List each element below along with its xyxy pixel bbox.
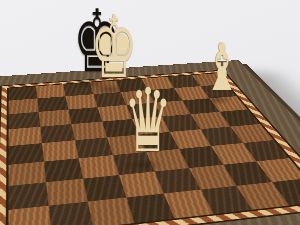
white-bishop-piece: ♝ <box>204 35 241 101</box>
square-a1 <box>8 206 51 225</box>
white-queen-piece: ♛ <box>124 77 173 165</box>
chess-board-photo-scene: ♚ ♚ ♛ ♝ <box>0 0 300 225</box>
square-b1 <box>49 202 94 225</box>
